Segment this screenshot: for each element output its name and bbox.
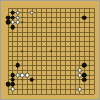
board-grid-line bbox=[60, 8, 61, 95]
black-stone bbox=[82, 77, 87, 82]
black-stone bbox=[10, 25, 15, 30]
board-grid-line bbox=[70, 8, 71, 95]
board-grid-line bbox=[89, 8, 90, 95]
board-grid-line bbox=[8, 60, 95, 61]
white-stone bbox=[15, 20, 20, 25]
star-point bbox=[79, 79, 81, 81]
board-grid-line bbox=[75, 8, 76, 95]
board-grid-line bbox=[8, 56, 95, 57]
black-stone bbox=[82, 15, 87, 20]
star-point bbox=[50, 50, 52, 52]
board-grid-line bbox=[8, 94, 95, 95]
black-stone bbox=[30, 77, 35, 82]
star-point bbox=[50, 79, 52, 81]
black-stone bbox=[15, 63, 20, 68]
star-point bbox=[79, 22, 81, 24]
go-board[interactable] bbox=[0, 0, 100, 100]
white-stone bbox=[77, 87, 82, 92]
star-point bbox=[79, 50, 81, 52]
go-board-screenshot bbox=[0, 0, 100, 100]
white-stone bbox=[10, 87, 15, 92]
board-grid-line bbox=[8, 84, 95, 85]
white-stone bbox=[30, 10, 35, 15]
board-grid-line bbox=[56, 8, 57, 95]
star-point bbox=[22, 22, 24, 24]
board-grid-line bbox=[65, 8, 66, 95]
black-stone bbox=[82, 63, 87, 68]
star-point bbox=[22, 79, 24, 81]
star-point bbox=[50, 22, 52, 24]
star-point bbox=[22, 50, 24, 52]
white-stone bbox=[25, 73, 30, 78]
board-grid-line bbox=[94, 8, 95, 95]
